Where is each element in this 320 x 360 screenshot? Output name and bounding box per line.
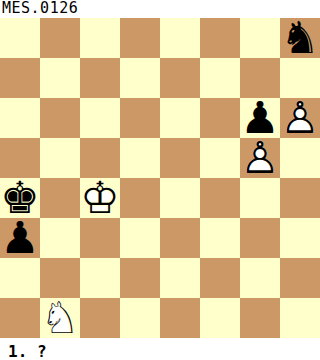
piece-white-king-c4[interactable]: ♚♔: [80, 178, 120, 218]
square-c4[interactable]: ♚♔: [80, 178, 120, 218]
white-pawn-glyph: ♙: [280, 98, 320, 138]
square-b8[interactable]: [40, 18, 80, 58]
square-d8[interactable]: [120, 18, 160, 58]
square-c3[interactable]: [80, 218, 120, 258]
square-a7[interactable]: [0, 58, 40, 98]
square-f4[interactable]: [200, 178, 240, 218]
black-pawn-glyph: ♟: [0, 218, 40, 258]
square-a6[interactable]: [0, 98, 40, 138]
square-f8[interactable]: [200, 18, 240, 58]
square-d3[interactable]: [120, 218, 160, 258]
chess-board: ♞♟♟♙♟♙♚♚♔♟♞♘: [0, 18, 320, 338]
square-e8[interactable]: [160, 18, 200, 58]
square-c6[interactable]: [80, 98, 120, 138]
square-c8[interactable]: [80, 18, 120, 58]
square-c1[interactable]: [80, 298, 120, 338]
square-g8[interactable]: [240, 18, 280, 58]
white-pawn-glyph: ♙: [240, 138, 280, 178]
square-e2[interactable]: [160, 258, 200, 298]
square-d6[interactable]: [120, 98, 160, 138]
piece-white-pawn-g5[interactable]: ♟♙: [240, 138, 280, 178]
square-f6[interactable]: [200, 98, 240, 138]
square-c2[interactable]: [80, 258, 120, 298]
square-e5[interactable]: [160, 138, 200, 178]
piece-white-pawn-h6[interactable]: ♟♙: [280, 98, 320, 138]
square-h6[interactable]: ♟♙: [280, 98, 320, 138]
square-a2[interactable]: [0, 258, 40, 298]
square-g5[interactable]: ♟♙: [240, 138, 280, 178]
square-b1[interactable]: ♞♘: [40, 298, 80, 338]
square-b7[interactable]: [40, 58, 80, 98]
square-b6[interactable]: [40, 98, 80, 138]
square-a8[interactable]: [0, 18, 40, 58]
black-knight-glyph: ♞: [280, 18, 320, 58]
white-king-glyph: ♔: [80, 178, 120, 218]
piece-black-pawn-a3[interactable]: ♟: [0, 218, 40, 258]
square-b4[interactable]: [40, 178, 80, 218]
square-f3[interactable]: [200, 218, 240, 258]
piece-white-knight-b1[interactable]: ♞♘: [40, 298, 80, 338]
square-f5[interactable]: [200, 138, 240, 178]
square-c7[interactable]: [80, 58, 120, 98]
square-g4[interactable]: [240, 178, 280, 218]
square-h3[interactable]: [280, 218, 320, 258]
square-d7[interactable]: [120, 58, 160, 98]
square-b5[interactable]: [40, 138, 80, 178]
square-f1[interactable]: [200, 298, 240, 338]
square-a1[interactable]: [0, 298, 40, 338]
square-d1[interactable]: [120, 298, 160, 338]
square-e7[interactable]: [160, 58, 200, 98]
square-h8[interactable]: ♞: [280, 18, 320, 58]
square-e3[interactable]: [160, 218, 200, 258]
square-e6[interactable]: [160, 98, 200, 138]
square-f2[interactable]: [200, 258, 240, 298]
square-d4[interactable]: [120, 178, 160, 218]
square-h2[interactable]: [280, 258, 320, 298]
white-knight-glyph: ♘: [40, 298, 80, 338]
square-g1[interactable]: [240, 298, 280, 338]
square-g2[interactable]: [240, 258, 280, 298]
puzzle-title: MES.0126: [0, 0, 320, 18]
piece-black-knight-h8[interactable]: ♞: [280, 18, 320, 58]
square-b3[interactable]: [40, 218, 80, 258]
square-d5[interactable]: [120, 138, 160, 178]
square-h1[interactable]: [280, 298, 320, 338]
square-e1[interactable]: [160, 298, 200, 338]
square-d2[interactable]: [120, 258, 160, 298]
square-g3[interactable]: [240, 218, 280, 258]
square-e4[interactable]: [160, 178, 200, 218]
square-f7[interactable]: [200, 58, 240, 98]
square-h4[interactable]: [280, 178, 320, 218]
square-a3[interactable]: ♟: [0, 218, 40, 258]
square-h5[interactable]: [280, 138, 320, 178]
